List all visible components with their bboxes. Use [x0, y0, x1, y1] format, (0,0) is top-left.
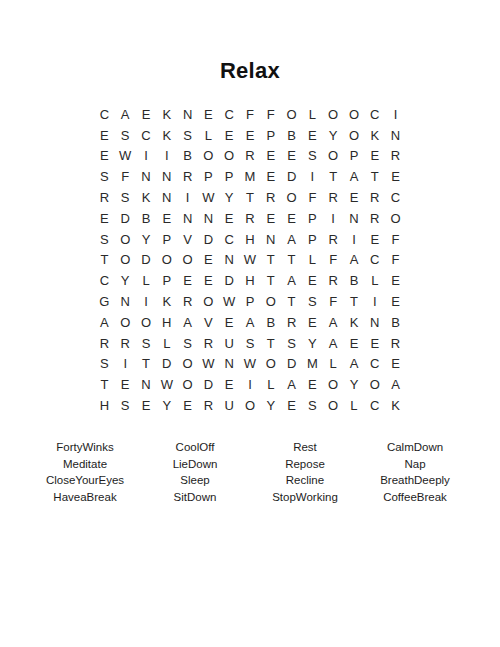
- grid-cell-r1c7[interactable]: C: [219, 104, 240, 125]
- grid-cell-r8c14[interactable]: C: [364, 250, 385, 271]
- grid-cell-r9c8[interactable]: H: [240, 270, 261, 291]
- grid-cell-r13c12[interactable]: L: [323, 354, 344, 375]
- grid-cell-r6c12[interactable]: I: [323, 208, 344, 229]
- grid-cell-r15c10[interactable]: E: [281, 395, 302, 416]
- grid-cell-r13c13[interactable]: A: [344, 354, 365, 375]
- grid-cell-r7c11[interactable]: P: [302, 229, 323, 250]
- grid-cell-r1c14[interactable]: C: [364, 104, 385, 125]
- grid-cell-r8c7[interactable]: N: [219, 250, 240, 271]
- word-list-item-coffeebreak: CoffeeBreak: [360, 489, 470, 506]
- grid-cell-r15c4[interactable]: Y: [156, 395, 177, 416]
- grid-cell-r9c9[interactable]: T: [260, 270, 281, 291]
- grid-cell-r5c14[interactable]: R: [364, 187, 385, 208]
- grid-cell-r1c8[interactable]: F: [240, 104, 261, 125]
- grid-cell-r4c4[interactable]: N: [156, 166, 177, 187]
- grid-cell-r7c4[interactable]: P: [156, 229, 177, 250]
- grid-cell-r5c11[interactable]: F: [302, 187, 323, 208]
- grid-cell-r13c2[interactable]: I: [115, 354, 136, 375]
- grid-cell-r3c14[interactable]: E: [364, 146, 385, 167]
- grid-cell-r12c13[interactable]: E: [344, 333, 365, 354]
- grid-cell-r6c14[interactable]: R: [364, 208, 385, 229]
- grid-cell-r2c12[interactable]: Y: [323, 125, 344, 146]
- grid-cell-r6c4[interactable]: E: [156, 208, 177, 229]
- grid-cell-r12c12[interactable]: A: [323, 333, 344, 354]
- grid-cell-r12c9[interactable]: T: [260, 333, 281, 354]
- grid-cell-r4c3[interactable]: N: [136, 166, 157, 187]
- grid-cell-r11c3[interactable]: O: [136, 312, 157, 333]
- grid-cell-r1c4[interactable]: K: [156, 104, 177, 125]
- grid-cell-r1c3[interactable]: E: [136, 104, 157, 125]
- grid-cell-r14c15[interactable]: A: [385, 374, 406, 395]
- word-list-item-calmdown: CalmDown: [360, 439, 470, 456]
- grid-cell-r10c1[interactable]: G: [94, 291, 115, 312]
- grid-cell-r1c11[interactable]: L: [302, 104, 323, 125]
- grid-cell-r4c5[interactable]: R: [177, 166, 198, 187]
- grid-cell-r2c10[interactable]: B: [281, 125, 302, 146]
- grid-cell-r5c9[interactable]: R: [260, 187, 281, 208]
- grid-cell-r4c2[interactable]: F: [115, 166, 136, 187]
- grid-cell-r8c9[interactable]: T: [260, 250, 281, 271]
- grid-cell-r9c13[interactable]: B: [344, 270, 365, 291]
- grid-cell-r10c14[interactable]: I: [364, 291, 385, 312]
- grid-cell-r12c5[interactable]: S: [177, 333, 198, 354]
- grid-cell-r14c10[interactable]: A: [281, 374, 302, 395]
- grid-cell-r8c2[interactable]: O: [115, 250, 136, 271]
- grid-cell-r14c14[interactable]: O: [364, 374, 385, 395]
- grid-cell-r11c12[interactable]: A: [323, 312, 344, 333]
- grid-cell-r14c3[interactable]: N: [136, 374, 157, 395]
- grid-cell-r2c6[interactable]: L: [198, 125, 219, 146]
- grid-cell-r7c8[interactable]: H: [240, 229, 261, 250]
- grid-cell-r11c5[interactable]: A: [177, 312, 198, 333]
- grid-cell-r3c13[interactable]: P: [344, 146, 365, 167]
- grid-cell-r2c14[interactable]: K: [364, 125, 385, 146]
- word-list-item-stopworking: StopWorking: [250, 489, 360, 506]
- grid-cell-r9c4[interactable]: P: [156, 270, 177, 291]
- grid-cell-r5c10[interactable]: O: [281, 187, 302, 208]
- grid-cell-r5c6[interactable]: W: [198, 187, 219, 208]
- grid-cell-r11c7[interactable]: E: [219, 312, 240, 333]
- grid-cell-r4c6[interactable]: P: [198, 166, 219, 187]
- grid-cell-r7c7[interactable]: C: [219, 229, 240, 250]
- grid-cell-r14c13[interactable]: Y: [344, 374, 365, 395]
- grid-cell-r13c8[interactable]: W: [240, 354, 261, 375]
- word-list-item-liedown: LieDown: [140, 456, 250, 473]
- word-list: FortyWinksCoolOffRestCalmDownMeditateLie…: [30, 439, 470, 505]
- grid-cell-r12c14[interactable]: E: [364, 333, 385, 354]
- grid-cell-r12c6[interactable]: R: [198, 333, 219, 354]
- grid-cell-r4c13[interactable]: A: [344, 166, 365, 187]
- grid-cell-r12c7[interactable]: U: [219, 333, 240, 354]
- grid-cell-r15c6[interactable]: R: [198, 395, 219, 416]
- grid-cell-r2c13[interactable]: O: [344, 125, 365, 146]
- grid-cell-r11c1[interactable]: A: [94, 312, 115, 333]
- grid-cell-r14c6[interactable]: D: [198, 374, 219, 395]
- word-list-item-sleep: Sleep: [140, 472, 250, 489]
- grid-cell-r13c15[interactable]: E: [385, 354, 406, 375]
- word-list-item-closeyoureyes: CloseYourEyes: [30, 472, 140, 489]
- grid-cell-r6c6[interactable]: N: [198, 208, 219, 229]
- grid-cell-r10c11[interactable]: S: [302, 291, 323, 312]
- grid-cell-r7c2[interactable]: O: [115, 229, 136, 250]
- grid-cell-r2c4[interactable]: K: [156, 125, 177, 146]
- grid-cell-r4c14[interactable]: T: [364, 166, 385, 187]
- puzzle-title: Relax: [0, 58, 500, 84]
- grid-cell-r4c1[interactable]: S: [94, 166, 115, 187]
- grid-cell-r3c15[interactable]: R: [385, 146, 406, 167]
- grid-cell-r15c5[interactable]: E: [177, 395, 198, 416]
- grid-cell-r10c12[interactable]: F: [323, 291, 344, 312]
- grid-cell-r5c13[interactable]: E: [344, 187, 365, 208]
- grid-cell-r14c8[interactable]: I: [240, 374, 261, 395]
- grid-cell-r14c11[interactable]: E: [302, 374, 323, 395]
- grid-cell-r7c13[interactable]: I: [344, 229, 365, 250]
- grid-cell-r4c15[interactable]: E: [385, 166, 406, 187]
- grid-cell-r10c13[interactable]: T: [344, 291, 365, 312]
- grid-cell-r10c6[interactable]: O: [198, 291, 219, 312]
- grid-cell-r3c3[interactable]: I: [136, 146, 157, 167]
- grid-cell-r14c1[interactable]: T: [94, 374, 115, 395]
- grid-cell-r4c7[interactable]: P: [219, 166, 240, 187]
- grid-cell-r7c9[interactable]: N: [260, 229, 281, 250]
- grid-cell-r9c12[interactable]: R: [323, 270, 344, 291]
- grid-cell-r4c9[interactable]: E: [260, 166, 281, 187]
- grid-cell-r14c2[interactable]: E: [115, 374, 136, 395]
- grid-cell-r14c5[interactable]: O: [177, 374, 198, 395]
- grid-cell-r1c9[interactable]: F: [260, 104, 281, 125]
- grid-cell-r9c3[interactable]: L: [136, 270, 157, 291]
- grid-cell-r9c14[interactable]: L: [364, 270, 385, 291]
- grid-cell-r13c14[interactable]: C: [364, 354, 385, 375]
- grid-cell-r8c6[interactable]: E: [198, 250, 219, 271]
- grid-cell-r15c11[interactable]: S: [302, 395, 323, 416]
- grid-cell-r9c10[interactable]: A: [281, 270, 302, 291]
- grid-cell-r2c3[interactable]: C: [136, 125, 157, 146]
- grid-cell-r1c6[interactable]: E: [198, 104, 219, 125]
- grid-cell-r13c7[interactable]: N: [219, 354, 240, 375]
- grid-cell-r11c2[interactable]: O: [115, 312, 136, 333]
- grid-cell-r7c12[interactable]: R: [323, 229, 344, 250]
- grid-cell-r5c1[interactable]: R: [94, 187, 115, 208]
- grid-cell-r1c15[interactable]: I: [385, 104, 406, 125]
- grid-cell-r2c1[interactable]: E: [94, 125, 115, 146]
- grid-cell-r5c5[interactable]: I: [177, 187, 198, 208]
- grid-cell-r3c2[interactable]: W: [115, 146, 136, 167]
- grid-cell-r12c1[interactable]: R: [94, 333, 115, 354]
- grid-cell-r8c10[interactable]: T: [281, 250, 302, 271]
- grid-cell-r12c2[interactable]: R: [115, 333, 136, 354]
- grid-cell-r9c11[interactable]: E: [302, 270, 323, 291]
- word-list-item-cooloff: CoolOff: [140, 439, 250, 456]
- grid-cell-r6c8[interactable]: R: [240, 208, 261, 229]
- grid-cell-r15c2[interactable]: S: [115, 395, 136, 416]
- grid-cell-r7c5[interactable]: V: [177, 229, 198, 250]
- grid-cell-r3c6[interactable]: O: [198, 146, 219, 167]
- grid-cell-r11c6[interactable]: V: [198, 312, 219, 333]
- grid-cell-r3c7[interactable]: O: [219, 146, 240, 167]
- grid-cell-r13c4[interactable]: D: [156, 354, 177, 375]
- grid-cell-r9c5[interactable]: E: [177, 270, 198, 291]
- grid-cell-r2c15[interactable]: N: [385, 125, 406, 146]
- grid-cell-r13c10[interactable]: D: [281, 354, 302, 375]
- grid-cell-r9c2[interactable]: Y: [115, 270, 136, 291]
- grid-cell-r4c8[interactable]: M: [240, 166, 261, 187]
- grid-cell-r8c3[interactable]: D: [136, 250, 157, 271]
- grid-cell-r9c7[interactable]: D: [219, 270, 240, 291]
- grid-cell-r2c5[interactable]: S: [177, 125, 198, 146]
- grid-cell-r10c7[interactable]: W: [219, 291, 240, 312]
- grid-cell-r2c11[interactable]: E: [302, 125, 323, 146]
- grid-cell-r8c5[interactable]: O: [177, 250, 198, 271]
- grid-cell-r13c11[interactable]: M: [302, 354, 323, 375]
- grid-cell-r5c12[interactable]: R: [323, 187, 344, 208]
- grid-cell-r1c2[interactable]: A: [115, 104, 136, 125]
- grid-cell-r15c13[interactable]: L: [344, 395, 365, 416]
- grid-cell-r4c12[interactable]: T: [323, 166, 344, 187]
- word-list-item-nap: Nap: [360, 456, 470, 473]
- grid-cell-r8c15[interactable]: F: [385, 250, 406, 271]
- grid-cell-r12c4[interactable]: L: [156, 333, 177, 354]
- word-list-item-rest: Rest: [250, 439, 360, 456]
- grid-cell-r11c9[interactable]: B: [260, 312, 281, 333]
- grid-cell-r12c8[interactable]: S: [240, 333, 261, 354]
- grid-cell-r13c5[interactable]: O: [177, 354, 198, 375]
- grid-cell-r2c9[interactable]: P: [260, 125, 281, 146]
- grid-cell-r11c8[interactable]: A: [240, 312, 261, 333]
- grid-cell-r6c3[interactable]: B: [136, 208, 157, 229]
- grid-cell-r5c7[interactable]: Y: [219, 187, 240, 208]
- grid-cell-r3c11[interactable]: S: [302, 146, 323, 167]
- grid-cell-r11c4[interactable]: H: [156, 312, 177, 333]
- grid-cell-r5c8[interactable]: T: [240, 187, 261, 208]
- grid-cell-r3c8[interactable]: R: [240, 146, 261, 167]
- grid-cell-r8c11[interactable]: L: [302, 250, 323, 271]
- grid-cell-r7c10[interactable]: A: [281, 229, 302, 250]
- grid-cell-r10c2[interactable]: N: [115, 291, 136, 312]
- letter-grid: CAEKNECFFOLOOCIESCKSLEEPBEYOKNEWIIBOOREE…: [94, 104, 406, 416]
- grid-cell-r2c2[interactable]: S: [115, 125, 136, 146]
- grid-cell-r6c5[interactable]: N: [177, 208, 198, 229]
- grid-cell-r6c10[interactable]: E: [281, 208, 302, 229]
- grid-cell-r15c15[interactable]: K: [385, 395, 406, 416]
- grid-cell-r8c12[interactable]: F: [323, 250, 344, 271]
- grid-cell-r3c4[interactable]: I: [156, 146, 177, 167]
- grid-cell-r10c15[interactable]: E: [385, 291, 406, 312]
- grid-cell-r13c1[interactable]: S: [94, 354, 115, 375]
- grid-cell-r9c15[interactable]: E: [385, 270, 406, 291]
- grid-cell-r1c1[interactable]: C: [94, 104, 115, 125]
- grid-cell-r3c1[interactable]: E: [94, 146, 115, 167]
- grid-cell-r6c13[interactable]: N: [344, 208, 365, 229]
- grid-cell-r10c9[interactable]: O: [260, 291, 281, 312]
- grid-cell-r7c3[interactable]: Y: [136, 229, 157, 250]
- grid-cell-r6c1[interactable]: E: [94, 208, 115, 229]
- grid-cell-r5c4[interactable]: N: [156, 187, 177, 208]
- grid-cell-r1c10[interactable]: O: [281, 104, 302, 125]
- grid-cell-r13c3[interactable]: T: [136, 354, 157, 375]
- word-list-item-meditate: Meditate: [30, 456, 140, 473]
- grid-cell-r7c14[interactable]: E: [364, 229, 385, 250]
- grid-cell-r1c5[interactable]: N: [177, 104, 198, 125]
- grid-cell-r13c9[interactable]: O: [260, 354, 281, 375]
- grid-cell-r2c8[interactable]: E: [240, 125, 261, 146]
- grid-cell-r5c2[interactable]: S: [115, 187, 136, 208]
- grid-cell-r4c11[interactable]: I: [302, 166, 323, 187]
- grid-cell-r1c12[interactable]: O: [323, 104, 344, 125]
- grid-cell-r10c5[interactable]: R: [177, 291, 198, 312]
- grid-cell-r3c9[interactable]: E: [260, 146, 281, 167]
- word-list-item-haveabreak: HaveaBreak: [30, 489, 140, 506]
- grid-cell-r12c3[interactable]: S: [136, 333, 157, 354]
- grid-cell-r11c13[interactable]: K: [344, 312, 365, 333]
- grid-cell-r11c10[interactable]: R: [281, 312, 302, 333]
- grid-cell-r15c7[interactable]: U: [219, 395, 240, 416]
- grid-cell-r11c11[interactable]: E: [302, 312, 323, 333]
- grid-cell-r15c12[interactable]: O: [323, 395, 344, 416]
- grid-cell-r14c9[interactable]: L: [260, 374, 281, 395]
- grid-cell-r14c4[interactable]: W: [156, 374, 177, 395]
- grid-cell-r6c11[interactable]: P: [302, 208, 323, 229]
- grid-cell-r12c10[interactable]: S: [281, 333, 302, 354]
- grid-cell-r7c1[interactable]: S: [94, 229, 115, 250]
- grid-cell-r1c13[interactable]: O: [344, 104, 365, 125]
- word-list-item-recline: Recline: [250, 472, 360, 489]
- word-list-item-sitdown: SitDown: [140, 489, 250, 506]
- grid-cell-r8c8[interactable]: W: [240, 250, 261, 271]
- grid-cell-r6c7[interactable]: E: [219, 208, 240, 229]
- grid-cell-r9c1[interactable]: C: [94, 270, 115, 291]
- word-list-item-breathdeeply: BreathDeeply: [360, 472, 470, 489]
- grid-cell-r15c14[interactable]: C: [364, 395, 385, 416]
- grid-cell-r11c15[interactable]: B: [385, 312, 406, 333]
- grid-cell-r15c1[interactable]: H: [94, 395, 115, 416]
- grid-cell-r15c8[interactable]: O: [240, 395, 261, 416]
- grid-cell-r4c10[interactable]: D: [281, 166, 302, 187]
- grid-cell-r13c6[interactable]: W: [198, 354, 219, 375]
- grid-cell-r7c15[interactable]: F: [385, 229, 406, 250]
- grid-cell-r11c14[interactable]: N: [364, 312, 385, 333]
- grid-cell-r9c6[interactable]: E: [198, 270, 219, 291]
- grid-cell-r10c10[interactable]: T: [281, 291, 302, 312]
- grid-cell-r14c7[interactable]: E: [219, 374, 240, 395]
- grid-cell-r15c3[interactable]: E: [136, 395, 157, 416]
- grid-cell-r10c8[interactable]: P: [240, 291, 261, 312]
- word-list-item-repose: Repose: [250, 456, 360, 473]
- grid-cell-r6c2[interactable]: D: [115, 208, 136, 229]
- grid-cell-r3c12[interactable]: O: [323, 146, 344, 167]
- grid-cell-r10c4[interactable]: K: [156, 291, 177, 312]
- grid-cell-r6c15[interactable]: O: [385, 208, 406, 229]
- grid-cell-r8c1[interactable]: T: [94, 250, 115, 271]
- grid-cell-r7c6[interactable]: D: [198, 229, 219, 250]
- grid-cell-r5c15[interactable]: C: [385, 187, 406, 208]
- grid-cell-r12c15[interactable]: R: [385, 333, 406, 354]
- grid-cell-r3c5[interactable]: B: [177, 146, 198, 167]
- grid-cell-r8c13[interactable]: A: [344, 250, 365, 271]
- word-list-item-fortywinks: FortyWinks: [30, 439, 140, 456]
- grid-cell-r15c9[interactable]: Y: [260, 395, 281, 416]
- grid-cell-r12c11[interactable]: Y: [302, 333, 323, 354]
- grid-cell-r2c7[interactable]: E: [219, 125, 240, 146]
- grid-cell-r14c12[interactable]: O: [323, 374, 344, 395]
- grid-cell-r6c9[interactable]: E: [260, 208, 281, 229]
- grid-cell-r5c3[interactable]: K: [136, 187, 157, 208]
- grid-cell-r10c3[interactable]: I: [136, 291, 157, 312]
- grid-cell-r3c10[interactable]: E: [281, 146, 302, 167]
- grid-cell-r8c4[interactable]: O: [156, 250, 177, 271]
